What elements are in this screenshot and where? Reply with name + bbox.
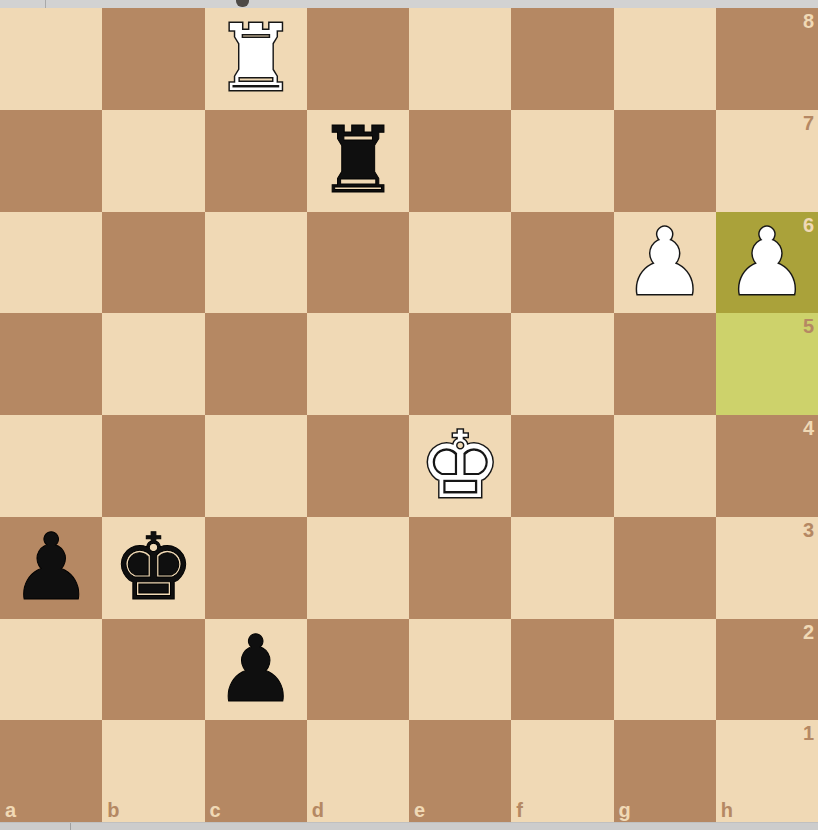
black-pawn-c2[interactable]: ♟ — [214, 619, 296, 720]
browser-chrome-strip-top — [0, 0, 818, 8]
square-h4[interactable]: 4 — [716, 415, 818, 517]
square-f8[interactable] — [511, 8, 613, 110]
white-king-e4[interactable]: ♚ — [419, 415, 501, 516]
square-f3[interactable] — [511, 517, 613, 619]
file-label-c: c — [210, 800, 221, 820]
square-f1[interactable]: f — [511, 720, 613, 822]
square-c4[interactable] — [205, 415, 307, 517]
square-b4[interactable] — [102, 415, 204, 517]
square-b5[interactable] — [102, 313, 204, 415]
square-b2[interactable] — [102, 619, 204, 721]
file-label-h: h — [721, 800, 733, 820]
square-e5[interactable] — [409, 313, 511, 415]
square-a3[interactable]: ♟ — [0, 517, 102, 619]
square-e2[interactable] — [409, 619, 511, 721]
square-g3[interactable] — [614, 517, 716, 619]
square-g8[interactable] — [614, 8, 716, 110]
square-c3[interactable] — [205, 517, 307, 619]
square-d1[interactable]: d — [307, 720, 409, 822]
square-a7[interactable] — [0, 110, 102, 212]
white-pawn-g6[interactable]: ♟ — [623, 212, 705, 313]
square-b6[interactable] — [102, 212, 204, 314]
rank-label-7: 7 — [803, 113, 814, 133]
white-rook-c8[interactable]: ♜ — [214, 8, 296, 109]
square-f4[interactable] — [511, 415, 613, 517]
square-e8[interactable] — [409, 8, 511, 110]
file-label-f: f — [516, 800, 523, 820]
square-h8[interactable]: 8 — [716, 8, 818, 110]
square-e7[interactable] — [409, 110, 511, 212]
square-f7[interactable] — [511, 110, 613, 212]
square-c8[interactable]: ♜ — [205, 8, 307, 110]
rank-label-5: 5 — [803, 316, 814, 336]
square-a6[interactable] — [0, 212, 102, 314]
browser-chrome-strip-bottom — [0, 822, 818, 830]
square-f6[interactable] — [511, 212, 613, 314]
square-h6[interactable]: 6♟ — [716, 212, 818, 314]
square-d6[interactable] — [307, 212, 409, 314]
square-g1[interactable]: g — [614, 720, 716, 822]
square-d7[interactable]: ♜ — [307, 110, 409, 212]
square-b3[interactable]: ♚ — [102, 517, 204, 619]
square-a5[interactable] — [0, 313, 102, 415]
square-e6[interactable] — [409, 212, 511, 314]
square-f2[interactable] — [511, 619, 613, 721]
scrollbar-tick[interactable] — [70, 823, 71, 830]
square-b1[interactable]: b — [102, 720, 204, 822]
square-a2[interactable] — [0, 619, 102, 721]
square-d2[interactable] — [307, 619, 409, 721]
black-rook-d7[interactable]: ♜ — [317, 110, 399, 211]
chess-board[interactable]: ♜8♜7♟6♟5♚4♟♚3♟2abcdefg1h — [0, 8, 818, 822]
square-g7[interactable] — [614, 110, 716, 212]
square-b8[interactable] — [102, 8, 204, 110]
rank-label-8: 8 — [803, 11, 814, 31]
square-h5[interactable]: 5 — [716, 313, 818, 415]
file-label-d: d — [312, 800, 324, 820]
rank-label-2: 2 — [803, 622, 814, 642]
file-label-a: a — [5, 800, 16, 820]
square-c1[interactable]: c — [205, 720, 307, 822]
chrome-tick — [45, 0, 46, 8]
square-e1[interactable]: e — [409, 720, 511, 822]
square-c7[interactable] — [205, 110, 307, 212]
square-a8[interactable] — [0, 8, 102, 110]
file-label-b: b — [107, 800, 119, 820]
square-c2[interactable]: ♟ — [205, 619, 307, 721]
square-g4[interactable] — [614, 415, 716, 517]
square-d4[interactable] — [307, 415, 409, 517]
rank-label-1: 1 — [803, 723, 814, 743]
square-c6[interactable] — [205, 212, 307, 314]
chess-app-screenshot: ♜8♜7♟6♟5♚4♟♚3♟2abcdefg1h — [0, 0, 818, 830]
square-b7[interactable] — [102, 110, 204, 212]
file-label-e: e — [414, 800, 425, 820]
square-g5[interactable] — [614, 313, 716, 415]
square-a1[interactable]: a — [0, 720, 102, 822]
square-h2[interactable]: 2 — [716, 619, 818, 721]
rank-label-4: 4 — [803, 418, 814, 438]
black-king-b3[interactable]: ♚ — [112, 517, 194, 618]
square-g6[interactable]: ♟ — [614, 212, 716, 314]
black-pawn-a3[interactable]: ♟ — [10, 517, 92, 618]
square-h3[interactable]: 3 — [716, 517, 818, 619]
square-e3[interactable] — [409, 517, 511, 619]
rank-label-3: 3 — [803, 520, 814, 540]
file-label-g: g — [619, 800, 631, 820]
square-c5[interactable] — [205, 313, 307, 415]
square-a4[interactable] — [0, 415, 102, 517]
square-e4[interactable]: ♚ — [409, 415, 511, 517]
white-pawn-h6[interactable]: ♟ — [726, 212, 808, 313]
square-f5[interactable] — [511, 313, 613, 415]
square-h1[interactable]: 1h — [716, 720, 818, 822]
square-d8[interactable] — [307, 8, 409, 110]
square-d5[interactable] — [307, 313, 409, 415]
square-d3[interactable] — [307, 517, 409, 619]
square-g2[interactable] — [614, 619, 716, 721]
square-h7[interactable]: 7 — [716, 110, 818, 212]
